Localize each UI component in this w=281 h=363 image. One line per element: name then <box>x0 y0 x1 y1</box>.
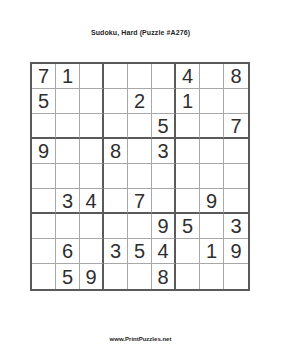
cell-r4c3-empty[interactable] <box>80 139 104 164</box>
cell-r1c6-empty[interactable] <box>152 64 176 89</box>
cell-r5c4-empty[interactable] <box>104 164 128 189</box>
cell-r5c6-empty[interactable] <box>152 164 176 189</box>
cell-r9c8-empty[interactable] <box>200 264 224 289</box>
cell-r5c2-empty[interactable] <box>56 164 80 189</box>
cell-r3c9-given[interactable]: 7 <box>224 114 248 139</box>
cell-r2c3-empty[interactable] <box>80 89 104 114</box>
cell-r5c5-empty[interactable] <box>128 164 152 189</box>
cell-r9c7-empty[interactable] <box>176 264 200 289</box>
cell-r8c2-given[interactable]: 6 <box>56 239 80 264</box>
cell-r5c9-empty[interactable] <box>224 164 248 189</box>
cell-r7c4-empty[interactable] <box>104 214 128 239</box>
cell-r2c1-given[interactable]: 5 <box>32 89 56 114</box>
cell-r4c4-given[interactable]: 8 <box>104 139 128 164</box>
cell-r3c5-empty[interactable] <box>128 114 152 139</box>
sudoku-board: 7148521579833479953635419598 <box>30 62 250 291</box>
cell-r5c8-empty[interactable] <box>200 164 224 189</box>
cell-r7c5-empty[interactable] <box>128 214 152 239</box>
cell-r7c8-empty[interactable] <box>200 214 224 239</box>
cell-r6c9-empty[interactable] <box>224 189 248 214</box>
cell-r9c9-empty[interactable] <box>224 264 248 289</box>
cell-r1c5-empty[interactable] <box>128 64 152 89</box>
cell-r4c2-empty[interactable] <box>56 139 80 164</box>
cell-r1c4-empty[interactable] <box>104 64 128 89</box>
cell-r3c2-empty[interactable] <box>56 114 80 139</box>
cell-r9c2-given[interactable]: 5 <box>56 264 80 289</box>
cell-r4c1-given[interactable]: 9 <box>32 139 56 164</box>
cell-r6c7-empty[interactable] <box>176 189 200 214</box>
cell-r6c2-given[interactable]: 3 <box>56 189 80 214</box>
cell-r7c9-given[interactable]: 3 <box>224 214 248 239</box>
cell-r5c7-empty[interactable] <box>176 164 200 189</box>
cell-r1c3-empty[interactable] <box>80 64 104 89</box>
cell-r7c6-given[interactable]: 9 <box>152 214 176 239</box>
cell-r3c6-given[interactable]: 5 <box>152 114 176 139</box>
footer-url: www.PrintPuzzles.net <box>0 336 281 342</box>
cell-r6c5-given[interactable]: 7 <box>128 189 152 214</box>
cell-r3c3-empty[interactable] <box>80 114 104 139</box>
cell-r2c5-given[interactable]: 2 <box>128 89 152 114</box>
cell-r9c5-empty[interactable] <box>128 264 152 289</box>
cell-r3c7-empty[interactable] <box>176 114 200 139</box>
page-title: Sudoku, Hard (Puzzle #A276) <box>0 29 281 36</box>
cell-r2c8-empty[interactable] <box>200 89 224 114</box>
cell-r7c1-empty[interactable] <box>32 214 56 239</box>
cell-r4c9-empty[interactable] <box>224 139 248 164</box>
cell-r7c3-empty[interactable] <box>80 214 104 239</box>
cell-r8c8-given[interactable]: 1 <box>200 239 224 264</box>
cell-r5c3-empty[interactable] <box>80 164 104 189</box>
cell-r9c4-empty[interactable] <box>104 264 128 289</box>
cell-r7c7-given[interactable]: 5 <box>176 214 200 239</box>
cell-r8c7-empty[interactable] <box>176 239 200 264</box>
cell-r6c8-given[interactable]: 9 <box>200 189 224 214</box>
cell-r6c4-empty[interactable] <box>104 189 128 214</box>
cell-r4c6-given[interactable]: 3 <box>152 139 176 164</box>
cell-r9c6-given[interactable]: 8 <box>152 264 176 289</box>
cell-r5c1-empty[interactable] <box>32 164 56 189</box>
cell-r4c7-empty[interactable] <box>176 139 200 164</box>
cell-r4c5-empty[interactable] <box>128 139 152 164</box>
cell-r6c6-empty[interactable] <box>152 189 176 214</box>
cell-r2c7-given[interactable]: 1 <box>176 89 200 114</box>
cell-r2c2-empty[interactable] <box>56 89 80 114</box>
cell-r8c6-given[interactable]: 4 <box>152 239 176 264</box>
cell-r8c4-given[interactable]: 3 <box>104 239 128 264</box>
cell-r8c5-given[interactable]: 5 <box>128 239 152 264</box>
cell-r6c1-empty[interactable] <box>32 189 56 214</box>
cell-r1c7-given[interactable]: 4 <box>176 64 200 89</box>
cell-r3c1-empty[interactable] <box>32 114 56 139</box>
cell-r6c3-given[interactable]: 4 <box>80 189 104 214</box>
cell-r8c1-empty[interactable] <box>32 239 56 264</box>
cell-r4c8-empty[interactable] <box>200 139 224 164</box>
cell-r9c3-given[interactable]: 9 <box>80 264 104 289</box>
cell-r1c2-given[interactable]: 1 <box>56 64 80 89</box>
cell-r8c3-empty[interactable] <box>80 239 104 264</box>
cell-r7c2-empty[interactable] <box>56 214 80 239</box>
cell-r1c8-empty[interactable] <box>200 64 224 89</box>
cell-r8c9-given[interactable]: 9 <box>224 239 248 264</box>
cell-r2c4-empty[interactable] <box>104 89 128 114</box>
cell-r9c1-empty[interactable] <box>32 264 56 289</box>
cell-r2c6-empty[interactable] <box>152 89 176 114</box>
cell-r1c1-given[interactable]: 7 <box>32 64 56 89</box>
cell-r3c8-empty[interactable] <box>200 114 224 139</box>
cell-r2c9-empty[interactable] <box>224 89 248 114</box>
cell-r3c4-empty[interactable] <box>104 114 128 139</box>
cell-r1c9-given[interactable]: 8 <box>224 64 248 89</box>
